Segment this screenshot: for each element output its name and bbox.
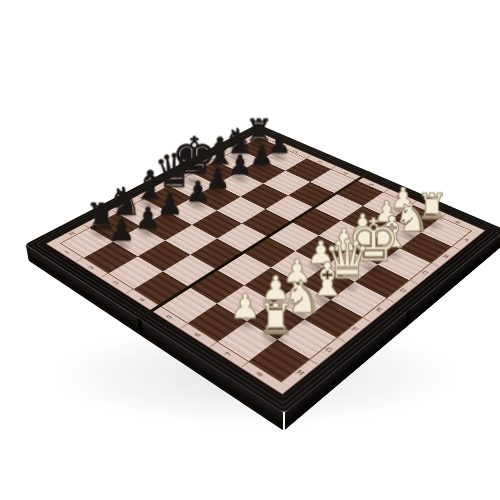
product-photo-scene: 12345678 12345678 ABCDEFGH ABCDEFGH ♜♞♟♝… — [0, 0, 500, 500]
piece-black-pawn[interactable]: ♟ — [89, 216, 154, 246]
piece-white-rook[interactable]: ♜ — [239, 299, 314, 341]
